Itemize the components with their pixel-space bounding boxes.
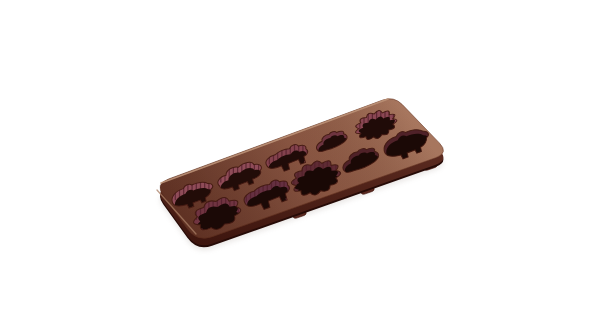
product-photo: [0, 0, 600, 333]
mould-photo-svg: [0, 0, 600, 333]
